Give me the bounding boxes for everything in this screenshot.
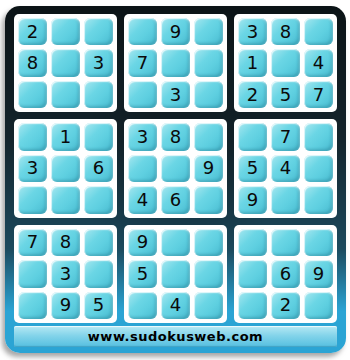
cell-r7c8[interactable]: [271, 229, 300, 256]
footer-bar: www.sudokusweb.com: [14, 326, 337, 347]
cell-r2c4[interactable]: 7: [128, 49, 157, 76]
box-7: 78395: [14, 225, 117, 323]
cell-r5c2[interactable]: [51, 155, 80, 182]
cell-r9c1[interactable]: [18, 292, 47, 319]
cell-r4c7[interactable]: [238, 123, 267, 150]
cell-r7c4[interactable]: 9: [128, 229, 157, 256]
cell-r7c1[interactable]: 7: [18, 229, 47, 256]
cell-r6c2[interactable]: [51, 186, 80, 213]
cell-r1c6[interactable]: [194, 18, 223, 45]
cell-r5c7[interactable]: 5: [238, 155, 267, 182]
cell-r2c5[interactable]: [161, 49, 190, 76]
cell-r1c3[interactable]: [84, 18, 113, 45]
cell-r2c9[interactable]: 4: [304, 49, 333, 76]
cell-r9c7[interactable]: [238, 292, 267, 319]
cell-r5c1[interactable]: 3: [18, 155, 47, 182]
sudoku-grid: 283973381425713638946754978395954692: [14, 14, 337, 323]
cell-r2c3[interactable]: 3: [84, 49, 113, 76]
cell-r4c6[interactable]: [194, 123, 223, 150]
cell-r7c9[interactable]: [304, 229, 333, 256]
cell-r9c8[interactable]: 2: [271, 292, 300, 319]
cell-r4c8[interactable]: 7: [271, 123, 300, 150]
box-8: 954: [124, 225, 227, 323]
cell-r5c6[interactable]: 9: [194, 155, 223, 182]
cell-r6c4[interactable]: 4: [128, 186, 157, 213]
website-link[interactable]: www.sudokusweb.com: [88, 329, 263, 344]
cell-r5c5[interactable]: [161, 155, 190, 182]
box-5: 38946: [124, 119, 227, 217]
cell-r6c3[interactable]: [84, 186, 113, 213]
cell-r9c3[interactable]: 5: [84, 292, 113, 319]
box-1: 283: [14, 14, 117, 112]
cell-r7c7[interactable]: [238, 229, 267, 256]
cell-r5c4[interactable]: [128, 155, 157, 182]
cell-r8c7[interactable]: [238, 260, 267, 287]
cell-r2c7[interactable]: 1: [238, 49, 267, 76]
cell-r7c3[interactable]: [84, 229, 113, 256]
cell-r4c1[interactable]: [18, 123, 47, 150]
cell-r4c4[interactable]: 3: [128, 123, 157, 150]
cell-r5c8[interactable]: 4: [271, 155, 300, 182]
cell-r2c8[interactable]: [271, 49, 300, 76]
cell-r7c2[interactable]: 8: [51, 229, 80, 256]
sudoku-board: 283973381425713638946754978395954692 www…: [5, 6, 346, 353]
cell-r6c5[interactable]: 6: [161, 186, 190, 213]
cell-r8c3[interactable]: [84, 260, 113, 287]
cell-r8c9[interactable]: 9: [304, 260, 333, 287]
cell-r3c2[interactable]: [51, 81, 80, 108]
cell-r6c1[interactable]: [18, 186, 47, 213]
cell-r1c7[interactable]: 3: [238, 18, 267, 45]
cell-r8c5[interactable]: [161, 260, 190, 287]
cell-r6c6[interactable]: [194, 186, 223, 213]
cell-r9c6[interactable]: [194, 292, 223, 319]
cell-r7c6[interactable]: [194, 229, 223, 256]
cell-r1c8[interactable]: 8: [271, 18, 300, 45]
cell-r8c2[interactable]: 3: [51, 260, 80, 287]
cell-r4c5[interactable]: 8: [161, 123, 190, 150]
cell-r3c4[interactable]: [128, 81, 157, 108]
cell-r8c8[interactable]: 6: [271, 260, 300, 287]
cell-r6c7[interactable]: 9: [238, 186, 267, 213]
cell-r4c2[interactable]: 1: [51, 123, 80, 150]
cell-r1c9[interactable]: [304, 18, 333, 45]
cell-r8c6[interactable]: [194, 260, 223, 287]
cell-r3c6[interactable]: [194, 81, 223, 108]
cell-r3c3[interactable]: [84, 81, 113, 108]
box-2: 973: [124, 14, 227, 112]
cell-r5c3[interactable]: 6: [84, 155, 113, 182]
cell-r7c5[interactable]: [161, 229, 190, 256]
cell-r9c5[interactable]: 4: [161, 292, 190, 319]
cell-r9c4[interactable]: [128, 292, 157, 319]
cell-r8c4[interactable]: 5: [128, 260, 157, 287]
cell-r9c2[interactable]: 9: [51, 292, 80, 319]
cell-r1c1[interactable]: 2: [18, 18, 47, 45]
cell-r3c5[interactable]: 3: [161, 81, 190, 108]
cell-r3c1[interactable]: [18, 81, 47, 108]
cell-r3c9[interactable]: 7: [304, 81, 333, 108]
cell-r2c2[interactable]: [51, 49, 80, 76]
cell-r6c8[interactable]: [271, 186, 300, 213]
box-3: 3814257: [234, 14, 337, 112]
cell-r8c1[interactable]: [18, 260, 47, 287]
cell-r1c2[interactable]: [51, 18, 80, 45]
cell-r3c8[interactable]: 5: [271, 81, 300, 108]
cell-r5c9[interactable]: [304, 155, 333, 182]
box-4: 136: [14, 119, 117, 217]
cell-r2c6[interactable]: [194, 49, 223, 76]
cell-r4c9[interactable]: [304, 123, 333, 150]
cell-r1c5[interactable]: 9: [161, 18, 190, 45]
cell-r3c7[interactable]: 2: [238, 81, 267, 108]
cell-r1c4[interactable]: [128, 18, 157, 45]
cell-r9c9[interactable]: [304, 292, 333, 319]
cell-r4c3[interactable]: [84, 123, 113, 150]
box-9: 692: [234, 225, 337, 323]
cell-r6c9[interactable]: [304, 186, 333, 213]
box-6: 7549: [234, 119, 337, 217]
cell-r2c1[interactable]: 8: [18, 49, 47, 76]
